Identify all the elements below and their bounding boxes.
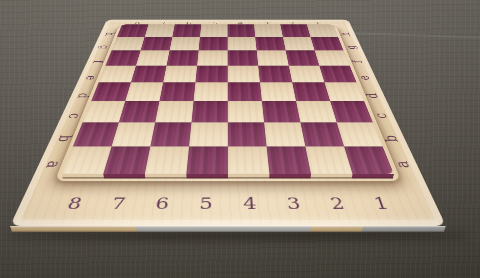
square-e5 <box>195 66 227 83</box>
square-h4 <box>228 24 256 36</box>
square-f7 <box>136 50 170 65</box>
square-f4 <box>228 50 259 65</box>
square-b6 <box>150 122 191 146</box>
square-f8 <box>105 50 140 65</box>
square-f6 <box>167 50 199 65</box>
square-f1 <box>315 50 350 65</box>
label-rank-2-front: 2 <box>316 193 360 215</box>
square-c7 <box>119 101 160 122</box>
label-rank-6-front: 6 <box>141 193 182 215</box>
square-c6 <box>155 101 193 122</box>
square-f3 <box>257 50 289 65</box>
label-rank-4-front: 4 <box>231 193 270 215</box>
square-g4 <box>228 37 257 51</box>
label-rank-3-front: 3 <box>273 193 314 215</box>
label-rank-5-front: 5 <box>186 193 225 215</box>
square-g6 <box>170 37 200 51</box>
square-a4 <box>228 146 270 173</box>
square-c1 <box>330 101 373 122</box>
square-e4 <box>228 66 260 83</box>
square-d7 <box>125 82 163 101</box>
square-b5 <box>189 122 228 146</box>
square-g8 <box>112 37 145 51</box>
square-h1 <box>307 24 338 36</box>
square-h8 <box>117 24 148 36</box>
square-g2 <box>283 37 315 51</box>
square-c3 <box>262 101 301 122</box>
square-a5 <box>186 146 228 173</box>
square-d5 <box>194 82 228 101</box>
square-b4 <box>228 122 267 146</box>
label-rank-1-front: 1 <box>359 193 405 215</box>
base-front-edge <box>10 226 446 232</box>
square-a7 <box>103 146 150 173</box>
square-a3 <box>267 146 311 173</box>
square-g7 <box>141 37 173 51</box>
square-c4 <box>228 101 264 122</box>
square-h5 <box>200 24 228 36</box>
chess-board: 8877665544332211aabbccddeeffgghh <box>10 20 446 226</box>
square-h7 <box>145 24 175 36</box>
square-e1 <box>319 66 356 83</box>
square-h6 <box>172 24 201 36</box>
label-rank-7-front: 7 <box>96 193 139 215</box>
square-h3 <box>254 24 283 36</box>
square-g1 <box>310 37 343 51</box>
label-rank-8-front: 8 <box>51 193 97 215</box>
square-b3 <box>264 122 305 146</box>
square-e7 <box>131 66 167 83</box>
square-c5 <box>191 101 227 122</box>
slab-front-edge <box>62 174 394 179</box>
square-g5 <box>199 37 228 51</box>
square-f2 <box>286 50 320 65</box>
square-e3 <box>258 66 292 83</box>
square-e6 <box>163 66 197 83</box>
square-f5 <box>197 50 228 65</box>
square-d6 <box>159 82 195 101</box>
square-a6 <box>145 146 189 173</box>
square-d4 <box>228 82 262 101</box>
square-h2 <box>280 24 310 36</box>
square-d3 <box>260 82 296 101</box>
perspective-wrapper: 8877665544332211aabbccddeeffgghh <box>0 0 480 278</box>
square-b7 <box>112 122 156 146</box>
photo-scene: 8877665544332211aabbccddeeffgghh <box>0 0 480 278</box>
square-g3 <box>255 37 285 51</box>
